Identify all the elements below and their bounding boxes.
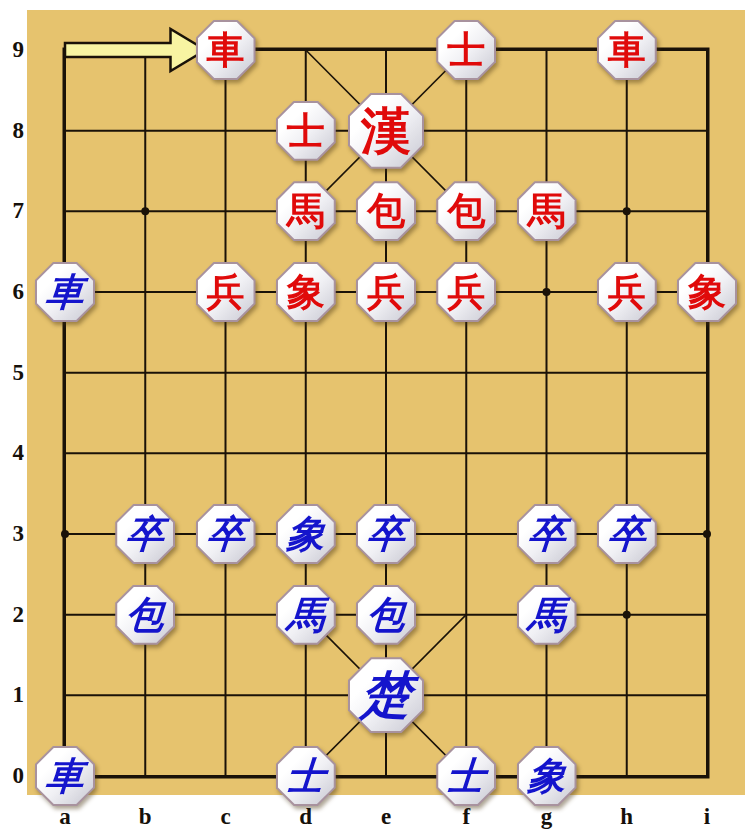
file-label-c: c (211, 804, 241, 830)
piece-blue-advisor[interactable]: 士 (436, 746, 496, 806)
file-label-i: i (692, 804, 722, 830)
piece-red-cannon[interactable]: 包 (356, 181, 416, 241)
piece-glyph: 包 (436, 181, 496, 241)
piece-glyph: 馬 (517, 181, 577, 241)
piece-glyph: 包 (354, 585, 418, 645)
piece-blue-cannon[interactable]: 包 (115, 585, 175, 645)
rank-label-2: 2 (0, 602, 24, 628)
piece-glyph: 卒 (514, 504, 578, 564)
piece-blue-soldier[interactable]: 卒 (517, 504, 577, 564)
file-label-h: h (612, 804, 642, 830)
marker-dot (623, 207, 631, 215)
file-label-b: b (130, 804, 160, 830)
piece-glyph: 士 (276, 101, 336, 161)
piece-red-advisor[interactable]: 士 (276, 101, 336, 161)
piece-red-horse[interactable]: 馬 (517, 181, 577, 241)
rank-label-6: 6 (0, 279, 24, 305)
marker-dot (703, 530, 711, 538)
marker-dot (141, 207, 149, 215)
piece-red-cannon[interactable]: 包 (436, 181, 496, 241)
piece-glyph: 象 (274, 504, 338, 564)
piece-glyph: 楚 (345, 657, 426, 733)
piece-blue-elephant[interactable]: 象 (276, 504, 336, 564)
piece-glyph: 馬 (514, 585, 578, 645)
file-label-e: e (371, 804, 401, 830)
piece-blue-cannon[interactable]: 包 (356, 585, 416, 645)
rank-label-5: 5 (0, 360, 24, 386)
rank-label-3: 3 (0, 521, 24, 547)
piece-red-soldier[interactable]: 兵 (436, 262, 496, 322)
rank-label-4: 4 (0, 440, 24, 466)
piece-red-chariot[interactable]: 車 (196, 20, 256, 80)
piece-glyph: 兵 (356, 262, 416, 322)
piece-glyph: 兵 (597, 262, 657, 322)
file-label-f: f (451, 804, 481, 830)
piece-glyph: 漢 (348, 93, 424, 169)
piece-red-elephant[interactable]: 象 (276, 262, 336, 322)
piece-glyph: 士 (434, 746, 498, 806)
piece-blue-chariot[interactable]: 車 (35, 746, 95, 806)
rank-label-7: 7 (0, 198, 24, 224)
piece-glyph: 士 (436, 20, 496, 80)
piece-blue-king[interactable]: 楚 (348, 657, 424, 733)
file-label-d: d (291, 804, 321, 830)
marker-dot (61, 530, 69, 538)
piece-red-soldier[interactable]: 兵 (356, 262, 416, 322)
marker-dot (623, 611, 631, 619)
marker-dot (543, 288, 551, 296)
rank-label-9: 9 (0, 37, 24, 63)
piece-blue-soldier[interactable]: 卒 (115, 504, 175, 564)
piece-red-horse[interactable]: 馬 (276, 181, 336, 241)
rank-label-0: 0 (0, 763, 24, 789)
janggi-board-screenshot: 車士車士漢馬包包馬兵象兵兵兵象車卒卒象卒卒卒包馬包馬楚車士士象 98765432… (0, 0, 754, 836)
file-label-g: g (532, 804, 562, 830)
piece-red-elephant[interactable]: 象 (677, 262, 737, 322)
rank-label-8: 8 (0, 118, 24, 144)
piece-blue-soldier[interactable]: 卒 (196, 504, 256, 564)
piece-glyph: 象 (677, 262, 737, 322)
piece-glyph: 卒 (113, 504, 177, 564)
piece-blue-soldier[interactable]: 卒 (356, 504, 416, 564)
piece-glyph: 兵 (436, 262, 496, 322)
piece-red-chariot[interactable]: 車 (597, 20, 657, 80)
piece-red-soldier[interactable]: 兵 (597, 262, 657, 322)
piece-glyph: 兵 (196, 262, 256, 322)
piece-blue-elephant[interactable]: 象 (517, 746, 577, 806)
piece-glyph: 馬 (276, 181, 336, 241)
rank-label-1: 1 (0, 682, 24, 708)
piece-glyph: 車 (196, 20, 256, 80)
piece-glyph: 馬 (274, 585, 338, 645)
piece-blue-chariot[interactable]: 車 (35, 262, 95, 322)
piece-red-advisor[interactable]: 士 (436, 20, 496, 80)
piece-blue-horse[interactable]: 馬 (276, 585, 336, 645)
piece-red-king[interactable]: 漢 (348, 93, 424, 169)
piece-blue-soldier[interactable]: 卒 (597, 504, 657, 564)
piece-blue-horse[interactable]: 馬 (517, 585, 577, 645)
piece-glyph: 車 (33, 746, 97, 806)
piece-glyph: 象 (276, 262, 336, 322)
piece-glyph: 車 (33, 262, 97, 322)
piece-glyph: 卒 (193, 504, 257, 564)
piece-glyph: 卒 (354, 504, 418, 564)
last-move-arrow (65, 29, 206, 71)
piece-glyph: 士 (274, 746, 338, 806)
piece-glyph: 包 (113, 585, 177, 645)
piece-red-soldier[interactable]: 兵 (196, 262, 256, 322)
file-label-a: a (50, 804, 80, 830)
piece-glyph: 包 (356, 181, 416, 241)
piece-glyph: 卒 (595, 504, 659, 564)
piece-glyph: 車 (597, 20, 657, 80)
piece-glyph: 象 (514, 746, 578, 806)
piece-blue-advisor[interactable]: 士 (276, 746, 336, 806)
